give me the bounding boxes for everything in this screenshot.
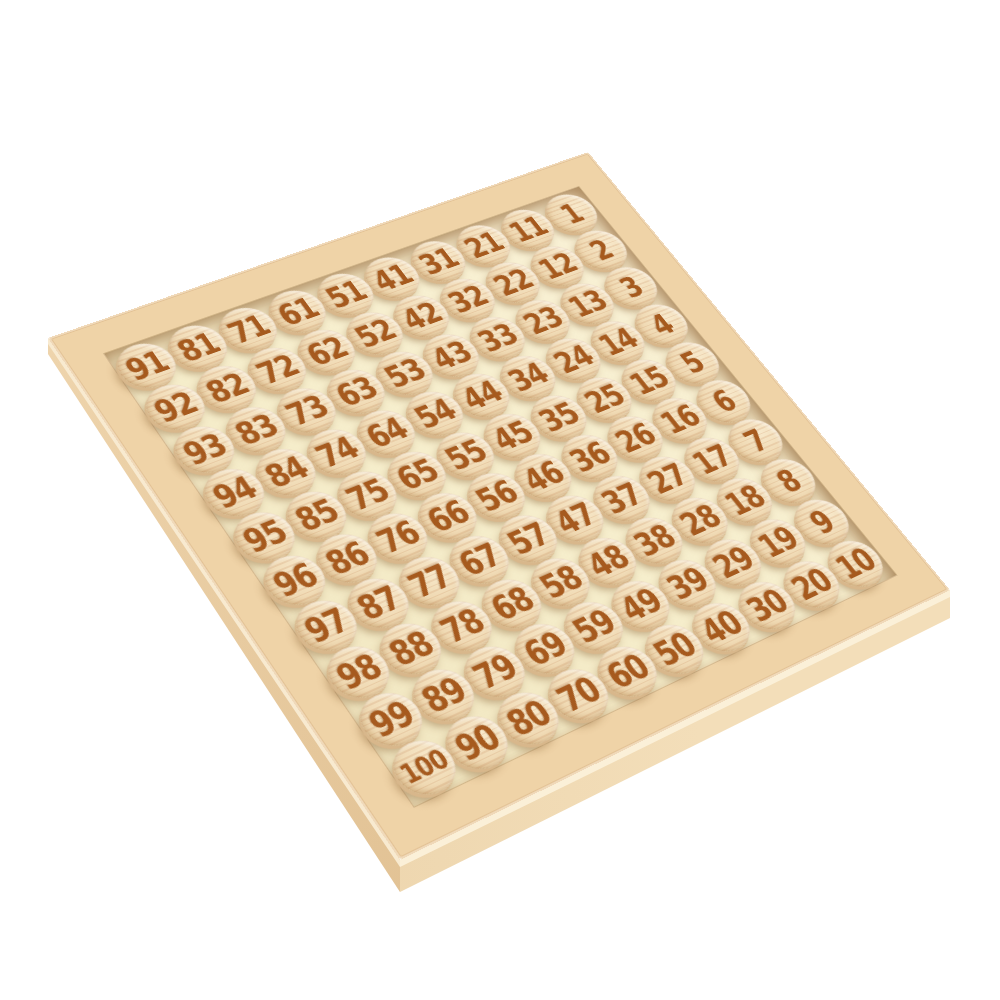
- disc-number-label: 94: [206, 469, 264, 515]
- disc-number-label: 61: [271, 292, 326, 333]
- disc-number-label: 92: [147, 385, 204, 429]
- disc-number-label: 81: [171, 326, 227, 368]
- disc-number-label: 74: [309, 430, 366, 474]
- disc-number-label: 4: [643, 308, 680, 342]
- disc-number-label: 73: [279, 389, 335, 432]
- disc-number-label: 63: [329, 370, 385, 413]
- disc-number-label: 8: [769, 463, 808, 499]
- disc-number-label: 86: [318, 535, 376, 582]
- disc-number-label: 97: [297, 601, 357, 650]
- disc-number-label: 88: [381, 624, 440, 674]
- disc-number-label: 9: [802, 503, 841, 540]
- disc-number-label: 95: [236, 512, 295, 559]
- disc-number-label: 93: [176, 427, 234, 472]
- disc-number-label: 76: [370, 514, 428, 560]
- disc-number-label: 7: [736, 423, 775, 459]
- disc-number-label: 72: [250, 348, 306, 390]
- disc-number-label: 82: [199, 367, 256, 410]
- disc-number-label: 1: [553, 198, 589, 230]
- product-photo-canvas: 1234567891011121314151617181920212223242…: [0, 0, 1000, 1000]
- disc-number-label: 100: [395, 744, 455, 791]
- disc-number-label: 84: [258, 449, 315, 494]
- hundred-board: 1234567891011121314151617181920212223242…: [48, 152, 950, 860]
- disc-number-label: 89: [414, 670, 474, 721]
- disc-number-label: 2: [583, 234, 620, 266]
- disc-number-label: 51: [319, 275, 373, 315]
- disc-number-label: 5: [673, 346, 711, 380]
- number-grid: 1234567891011121314151617181920212223242…: [107, 189, 893, 804]
- disc-number-label: 91: [119, 344, 176, 387]
- disc-number-label: 83: [228, 408, 285, 452]
- disc-number-label: 3: [612, 271, 649, 304]
- disc-number-label: 99: [361, 693, 422, 745]
- disc-number-label: 87: [350, 579, 409, 627]
- disc-number-label: 90: [447, 716, 508, 768]
- disc-number-label: 62: [299, 331, 354, 373]
- disc-number-label: 85: [288, 492, 346, 538]
- disc-number-label: 6: [705, 384, 743, 419]
- disc-number-label: 64: [358, 411, 414, 455]
- board-recess: 1234567891011121314151617181920212223242…: [103, 186, 898, 808]
- disc-number-label: 98: [329, 647, 389, 697]
- disc-number-label: 75: [339, 472, 396, 517]
- disc-number-label: 96: [266, 556, 325, 604]
- disc-number-label: 71: [221, 309, 276, 351]
